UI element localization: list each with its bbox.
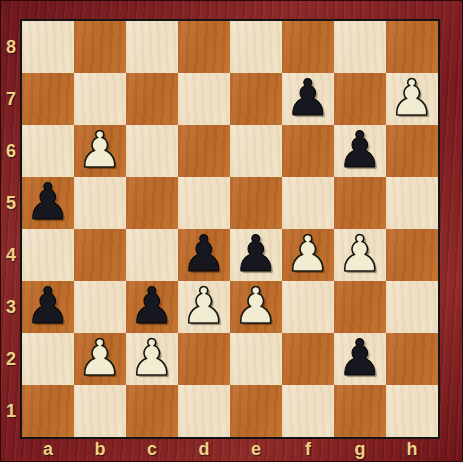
rank-label-1: 1 [0,385,22,437]
square-a7[interactable] [22,73,74,125]
rank-label-6: 6 [0,125,22,177]
square-d8[interactable] [178,21,230,73]
rank-label-8: 8 [0,21,22,73]
rank-label-7: 7 [0,73,22,125]
square-a2[interactable] [22,333,74,385]
square-b3[interactable] [74,281,126,333]
square-d5[interactable] [178,177,230,229]
file-label-e: e [230,437,282,462]
square-h2[interactable] [386,333,438,385]
square-f1[interactable] [282,385,334,437]
chess-diagram: ♟♟♟♟♟♟♟♟♟♟♟♟♟♟♟♟ 87654321 abcdefgh [0,0,463,462]
square-a4[interactable] [22,229,74,281]
square-f3[interactable] [282,281,334,333]
square-c2[interactable]: ♟ [126,333,178,385]
square-g6[interactable]: ♟ [334,125,386,177]
square-b4[interactable] [74,229,126,281]
white-pawn-c2[interactable]: ♟ [130,333,175,383]
square-d1[interactable] [178,385,230,437]
square-g4[interactable]: ♟ [334,229,386,281]
square-d4[interactable]: ♟ [178,229,230,281]
square-e1[interactable] [230,385,282,437]
square-b6[interactable]: ♟ [74,125,126,177]
square-b2[interactable]: ♟ [74,333,126,385]
square-d6[interactable] [178,125,230,177]
square-b7[interactable] [74,73,126,125]
black-pawn-c3[interactable]: ♟ [130,281,175,331]
square-c6[interactable] [126,125,178,177]
black-pawn-a5[interactable]: ♟ [26,177,71,227]
square-e6[interactable] [230,125,282,177]
chess-board: ♟♟♟♟♟♟♟♟♟♟♟♟♟♟♟♟ [20,19,440,439]
square-a5[interactable]: ♟ [22,177,74,229]
file-label-b: b [74,437,126,462]
square-h5[interactable] [386,177,438,229]
white-pawn-d3[interactable]: ♟ [182,281,227,331]
white-pawn-b6[interactable]: ♟ [78,125,123,175]
square-f5[interactable] [282,177,334,229]
square-g5[interactable] [334,177,386,229]
square-c3[interactable]: ♟ [126,281,178,333]
square-d2[interactable] [178,333,230,385]
rank-label-3: 3 [0,281,22,333]
square-f4[interactable]: ♟ [282,229,334,281]
square-c4[interactable] [126,229,178,281]
white-pawn-f4[interactable]: ♟ [286,229,331,279]
square-a8[interactable] [22,21,74,73]
white-pawn-b2[interactable]: ♟ [78,333,123,383]
white-pawn-h7[interactable]: ♟ [390,73,435,123]
square-f6[interactable] [282,125,334,177]
white-pawn-e3[interactable]: ♟ [234,281,279,331]
square-g7[interactable] [334,73,386,125]
square-g1[interactable] [334,385,386,437]
square-h6[interactable] [386,125,438,177]
square-e7[interactable] [230,73,282,125]
square-e3[interactable]: ♟ [230,281,282,333]
square-b1[interactable] [74,385,126,437]
square-a3[interactable]: ♟ [22,281,74,333]
file-label-g: g [334,437,386,462]
black-pawn-d4[interactable]: ♟ [182,229,227,279]
square-g3[interactable] [334,281,386,333]
square-h8[interactable] [386,21,438,73]
square-c5[interactable] [126,177,178,229]
square-h1[interactable] [386,385,438,437]
square-f8[interactable] [282,21,334,73]
square-h7[interactable]: ♟ [386,73,438,125]
square-f7[interactable]: ♟ [282,73,334,125]
square-e5[interactable] [230,177,282,229]
file-label-f: f [282,437,334,462]
square-e8[interactable] [230,21,282,73]
black-pawn-g6[interactable]: ♟ [338,125,383,175]
square-d7[interactable] [178,73,230,125]
square-a6[interactable] [22,125,74,177]
square-g2[interactable]: ♟ [334,333,386,385]
square-b5[interactable] [74,177,126,229]
square-d3[interactable]: ♟ [178,281,230,333]
file-label-c: c [126,437,178,462]
black-pawn-f7[interactable]: ♟ [286,73,331,123]
white-pawn-g4[interactable]: ♟ [338,229,383,279]
square-c7[interactable] [126,73,178,125]
file-label-a: a [22,437,74,462]
rank-label-2: 2 [0,333,22,385]
square-e2[interactable] [230,333,282,385]
square-c8[interactable] [126,21,178,73]
rank-label-4: 4 [0,229,22,281]
square-e4[interactable]: ♟ [230,229,282,281]
square-f2[interactable] [282,333,334,385]
file-label-h: h [386,437,438,462]
square-h3[interactable] [386,281,438,333]
square-c1[interactable] [126,385,178,437]
square-a1[interactable] [22,385,74,437]
black-pawn-g2[interactable]: ♟ [338,333,383,383]
file-label-d: d [178,437,230,462]
black-pawn-e4[interactable]: ♟ [234,229,279,279]
square-b8[interactable] [74,21,126,73]
square-h4[interactable] [386,229,438,281]
black-pawn-a3[interactable]: ♟ [26,281,71,331]
rank-label-5: 5 [0,177,22,229]
square-g8[interactable] [334,21,386,73]
